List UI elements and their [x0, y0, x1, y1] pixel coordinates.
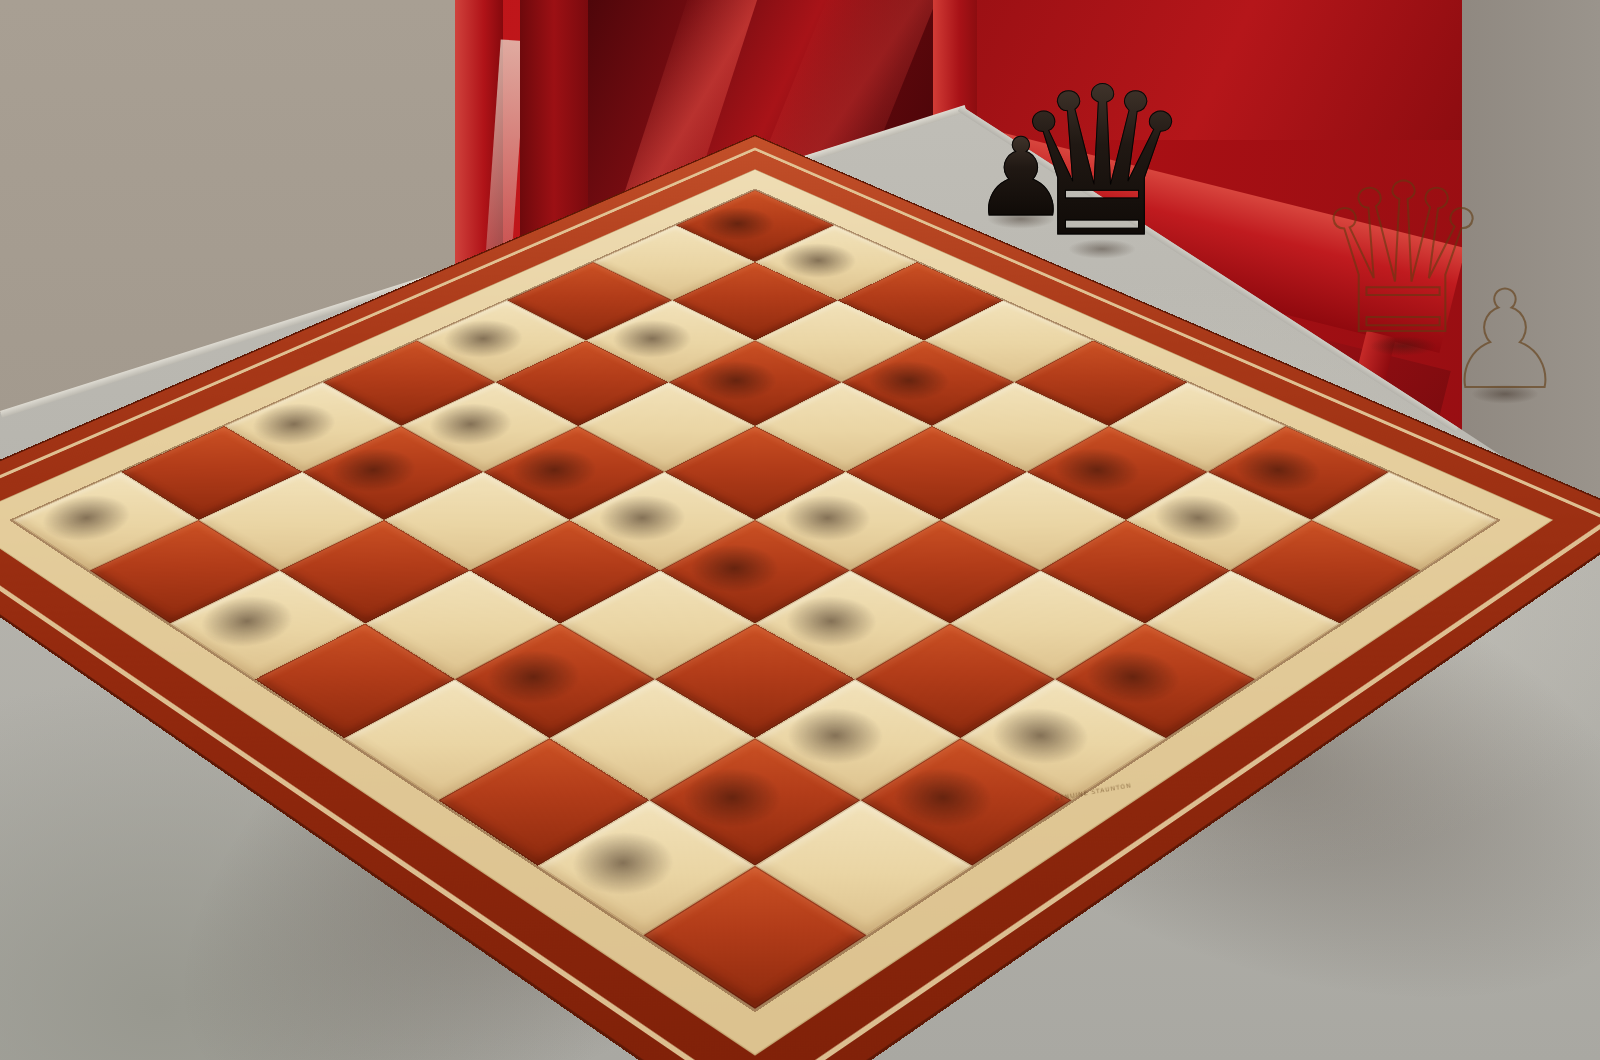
- square-a2[interactable]: ♟: [538, 800, 755, 935]
- square-h1[interactable]: [1311, 472, 1496, 571]
- white-pawn-a2[interactable]: ♟: [563, 715, 731, 876]
- black-queen-c7[interactable]: ♛: [277, 263, 510, 480]
- black-pawn-b4[interactable]: ♟: [478, 541, 633, 688]
- white-king-c1[interactable]: ♚: [818, 529, 1114, 810]
- square-a1[interactable]: [643, 866, 866, 1009]
- square-a6[interactable]: ♟: [170, 570, 365, 679]
- captured-black-queen[interactable]: ♛: [1010, 71, 1195, 256]
- captured-white-pawn[interactable]: ♟: [1444, 280, 1565, 402]
- black-pawn-a6[interactable]: ♟: [192, 489, 345, 632]
- black-rook-a8[interactable]: ♜: [1, 331, 216, 528]
- photo-stage: ♟♛♛♟ ♜♟♟♝♛♟♟♞♚♟♜♞♝♞♞♝♜♝♛♟♚♟♟♜♟♟ GENUINE …: [0, 0, 1600, 1060]
- square-a4[interactable]: [344, 679, 549, 800]
- square-a8[interactable]: ♜: [13, 472, 198, 571]
